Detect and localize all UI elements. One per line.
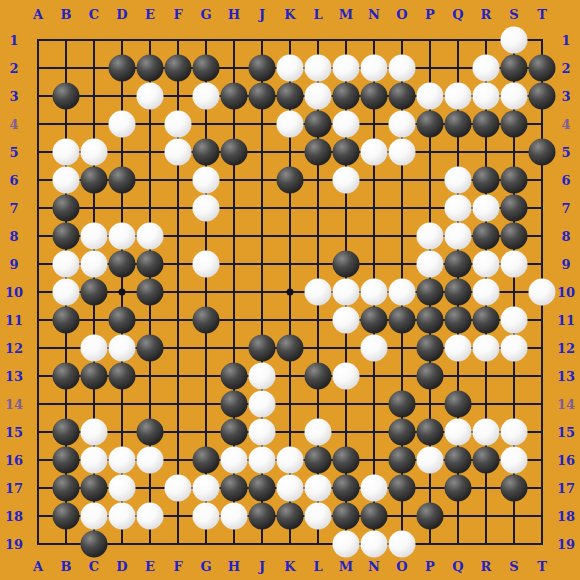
stone-white[interactable] [305,419,332,446]
coord-label: A [33,8,43,21]
stone-white[interactable] [305,475,332,502]
stone-black[interactable] [53,363,80,390]
coord-label: 3 [9,90,18,103]
stone-black[interactable] [445,475,472,502]
stone-white[interactable] [333,279,360,306]
coord-label: 7 [9,202,18,215]
stone-white[interactable] [333,363,360,390]
stone-black[interactable] [249,475,276,502]
stone-black[interactable] [529,83,556,110]
stone-white[interactable] [501,83,528,110]
stone-black[interactable] [529,55,556,82]
stone-black[interactable] [53,503,80,530]
stone-black[interactable] [221,83,248,110]
stone-black[interactable] [53,223,80,250]
go-board: AABBCCDDEEFFGGHHJJKKLLMMNNOOPPQQRRSSTT11… [0,0,580,580]
stone-black[interactable] [417,419,444,446]
stone-white[interactable] [445,223,472,250]
stone-white[interactable] [501,447,528,474]
stone-white[interactable] [193,195,220,222]
stone-white[interactable] [473,55,500,82]
coord-label: N [368,8,380,21]
stone-black[interactable] [249,55,276,82]
stone-black[interactable] [81,363,108,390]
coord-label: 2 [561,62,570,75]
stone-white[interactable] [165,475,192,502]
stone-black[interactable] [193,139,220,166]
stone-white[interactable] [473,335,500,362]
stone-white[interactable] [249,419,276,446]
stone-white[interactable] [501,27,528,54]
stone-black[interactable] [193,307,220,334]
stone-black[interactable] [445,307,472,334]
coord-label: L [313,8,322,21]
stone-black[interactable] [221,139,248,166]
stone-white[interactable] [137,83,164,110]
stone-black[interactable] [417,307,444,334]
stone-white[interactable] [109,447,136,474]
stone-black[interactable] [389,307,416,334]
stone-white[interactable] [277,111,304,138]
coord-label: E [145,8,155,21]
stone-black[interactable] [501,223,528,250]
coord-label: M [339,8,353,21]
stone-white[interactable] [81,419,108,446]
coord-label: C [89,560,99,573]
stone-white[interactable] [445,83,472,110]
coord-label: 11 [5,314,23,327]
stone-black[interactable] [137,279,164,306]
stone-black[interactable] [473,447,500,474]
stone-black[interactable] [529,139,556,166]
stone-white[interactable] [53,251,80,278]
stone-black[interactable] [361,503,388,530]
coord-label: 9 [561,258,570,271]
coord-label: O [396,8,407,21]
stone-black[interactable] [417,111,444,138]
coord-label: J [259,560,265,573]
coord-label: B [61,8,72,21]
coord-label: M [339,560,353,573]
coord-label: S [509,8,518,21]
coord-label: 10 [5,286,23,299]
coord-label: P [425,560,435,573]
coord-label: J [259,8,265,21]
stone-white[interactable] [221,447,248,474]
stone-black[interactable] [333,475,360,502]
stone-black[interactable] [137,335,164,362]
stone-black[interactable] [165,55,192,82]
stone-black[interactable] [81,531,108,558]
stone-white[interactable] [137,503,164,530]
stone-black[interactable] [389,475,416,502]
stone-black[interactable] [109,363,136,390]
stone-white[interactable] [417,251,444,278]
stone-white[interactable] [501,335,528,362]
stone-black[interactable] [53,475,80,502]
stone-white[interactable] [333,531,360,558]
stone-white[interactable] [501,307,528,334]
stone-white[interactable] [473,251,500,278]
coord-label: 13 [557,370,575,383]
coord-label: 5 [9,146,18,159]
stone-black[interactable] [277,167,304,194]
stone-white[interactable] [109,223,136,250]
stone-black[interactable] [501,167,528,194]
stone-black[interactable] [389,83,416,110]
stone-white[interactable] [361,139,388,166]
stone-white[interactable] [81,447,108,474]
stone-white[interactable] [81,223,108,250]
stone-white[interactable] [333,55,360,82]
stone-white[interactable] [277,475,304,502]
coord-label: O [396,560,407,573]
coord-label: 7 [561,202,570,215]
stone-white[interactable] [81,503,108,530]
stone-white[interactable] [389,55,416,82]
stone-black[interactable] [333,503,360,530]
coord-label: 3 [561,90,570,103]
stone-black[interactable] [389,419,416,446]
stone-white[interactable] [473,83,500,110]
stone-black[interactable] [473,223,500,250]
coord-label: 19 [557,538,575,551]
stone-black[interactable] [389,391,416,418]
stone-white[interactable] [165,111,192,138]
stone-black[interactable] [277,83,304,110]
stone-white[interactable] [165,139,192,166]
stone-black[interactable] [501,195,528,222]
stone-white[interactable] [137,223,164,250]
coord-label: 1 [561,34,570,47]
stone-black[interactable] [221,391,248,418]
stone-black[interactable] [333,139,360,166]
stone-white[interactable] [417,83,444,110]
stone-white[interactable] [473,195,500,222]
coord-label: R [481,560,492,573]
stone-white[interactable] [389,111,416,138]
coord-label: 17 [557,482,575,495]
coord-label: 14 [5,398,23,411]
stone-white[interactable] [333,307,360,334]
stone-white[interactable] [501,419,528,446]
stone-black[interactable] [417,335,444,362]
stone-black[interactable] [137,55,164,82]
stone-black[interactable] [305,447,332,474]
coord-label: 8 [9,230,18,243]
coord-label: Q [452,8,463,21]
coord-label: 4 [561,118,570,131]
stone-black[interactable] [109,55,136,82]
coord-label: R [481,8,492,21]
stone-black[interactable] [193,447,220,474]
coord-label: T [537,560,547,573]
stone-white[interactable] [193,251,220,278]
stone-white[interactable] [389,139,416,166]
stone-black[interactable] [249,335,276,362]
coord-label: 15 [5,426,23,439]
stone-black[interactable] [501,55,528,82]
star-point [119,289,126,296]
stone-white[interactable] [305,83,332,110]
coord-label: B [61,560,72,573]
stone-black[interactable] [81,167,108,194]
stone-white[interactable] [389,531,416,558]
stone-white[interactable] [361,279,388,306]
stone-white[interactable] [193,475,220,502]
stone-white[interactable] [277,55,304,82]
coord-label: G [200,560,211,573]
coord-label: 2 [9,62,18,75]
stone-white[interactable] [109,475,136,502]
stone-black[interactable] [53,307,80,334]
stone-white[interactable] [109,335,136,362]
coord-label: E [145,560,155,573]
coord-label: P [425,8,435,21]
stone-black[interactable] [109,307,136,334]
stone-white[interactable] [361,335,388,362]
coord-label: 6 [9,174,18,187]
coord-label: 8 [561,230,570,243]
stone-white[interactable] [361,475,388,502]
stone-white[interactable] [389,279,416,306]
stone-white[interactable] [333,111,360,138]
coord-label: D [116,8,127,21]
stone-white[interactable] [445,167,472,194]
coord-label: 5 [561,146,570,159]
stone-white[interactable] [81,139,108,166]
coord-label: 19 [5,538,23,551]
stone-black[interactable] [137,419,164,446]
coord-label: K [284,560,295,573]
coord-label: T [537,8,547,21]
coord-label: A [33,560,43,573]
coord-label: G [200,8,211,21]
stone-black[interactable] [305,139,332,166]
coord-label: F [173,8,182,21]
stone-black[interactable] [417,279,444,306]
stone-white[interactable] [277,447,304,474]
coord-label: 6 [561,174,570,187]
stone-black[interactable] [81,279,108,306]
coord-label: S [509,560,518,573]
stone-white[interactable] [249,391,276,418]
stone-black[interactable] [389,447,416,474]
stone-black[interactable] [137,251,164,278]
stone-white[interactable] [417,223,444,250]
stone-black[interactable] [53,83,80,110]
stone-black[interactable] [333,83,360,110]
stone-black[interactable] [221,419,248,446]
stone-white[interactable] [221,503,248,530]
stone-white[interactable] [249,447,276,474]
stone-white[interactable] [193,83,220,110]
stone-black[interactable] [249,503,276,530]
coord-label: 13 [5,370,23,383]
stone-black[interactable] [53,419,80,446]
stone-black[interactable] [221,475,248,502]
stone-white[interactable] [81,251,108,278]
stone-white[interactable] [193,503,220,530]
coord-label: 17 [5,482,23,495]
stone-black[interactable] [445,391,472,418]
stone-black[interactable] [361,83,388,110]
coord-label: C [89,8,99,21]
stone-black[interactable] [501,475,528,502]
stone-white[interactable] [109,503,136,530]
stone-white[interactable] [445,419,472,446]
stone-white[interactable] [445,195,472,222]
stone-white[interactable] [109,111,136,138]
coord-label: 18 [5,510,23,523]
coord-label: N [368,560,380,573]
stone-black[interactable] [109,167,136,194]
coord-label: K [284,8,295,21]
stone-black[interactable] [305,363,332,390]
stone-black[interactable] [305,111,332,138]
coord-label: 12 [5,342,23,355]
coord-label: 1 [9,34,18,47]
stone-white[interactable] [305,503,332,530]
stone-black[interactable] [81,475,108,502]
stone-white[interactable] [137,447,164,474]
stone-white[interactable] [501,251,528,278]
stone-white[interactable] [81,335,108,362]
coord-label: L [313,560,322,573]
coord-label: 14 [557,398,575,411]
stone-black[interactable] [445,251,472,278]
stone-white[interactable] [333,167,360,194]
coord-label: 18 [557,510,575,523]
stone-black[interactable] [473,167,500,194]
stone-white[interactable] [361,531,388,558]
coord-label: F [173,560,182,573]
stone-black[interactable] [277,335,304,362]
grid-line [37,543,543,545]
coord-label: 16 [5,454,23,467]
coord-label: 11 [557,314,575,327]
coord-label: 9 [9,258,18,271]
stone-black[interactable] [361,307,388,334]
stone-black[interactable] [53,447,80,474]
stone-black[interactable] [501,111,528,138]
stone-white[interactable] [445,335,472,362]
stone-white[interactable] [305,279,332,306]
stone-white[interactable] [193,167,220,194]
stone-black[interactable] [473,111,500,138]
coord-label: H [228,8,240,21]
stone-black[interactable] [473,307,500,334]
stone-black[interactable] [221,363,248,390]
stone-black[interactable] [445,111,472,138]
coord-label: 4 [9,118,18,131]
stone-black[interactable] [417,503,444,530]
stone-black[interactable] [333,447,360,474]
stone-black[interactable] [249,83,276,110]
stone-white[interactable] [53,167,80,194]
stone-black[interactable] [417,363,444,390]
stone-white[interactable] [53,139,80,166]
stone-black[interactable] [333,251,360,278]
coord-label: D [116,560,127,573]
stone-white[interactable] [305,55,332,82]
coord-label: 12 [557,342,575,355]
stone-white[interactable] [361,55,388,82]
stone-white[interactable] [249,363,276,390]
stone-white[interactable] [53,279,80,306]
stone-white[interactable] [529,279,556,306]
stone-black[interactable] [193,55,220,82]
coord-label: H [228,560,240,573]
coord-label: Q [452,560,463,573]
stone-white[interactable] [473,419,500,446]
coord-label: 10 [557,286,575,299]
star-point [287,289,294,296]
stone-black[interactable] [445,279,472,306]
stone-black[interactable] [445,447,472,474]
coord-label: 16 [557,454,575,467]
coord-label: 15 [557,426,575,439]
stone-white[interactable] [417,447,444,474]
stone-white[interactable] [473,279,500,306]
stone-black[interactable] [109,251,136,278]
stone-black[interactable] [277,503,304,530]
stone-black[interactable] [53,195,80,222]
